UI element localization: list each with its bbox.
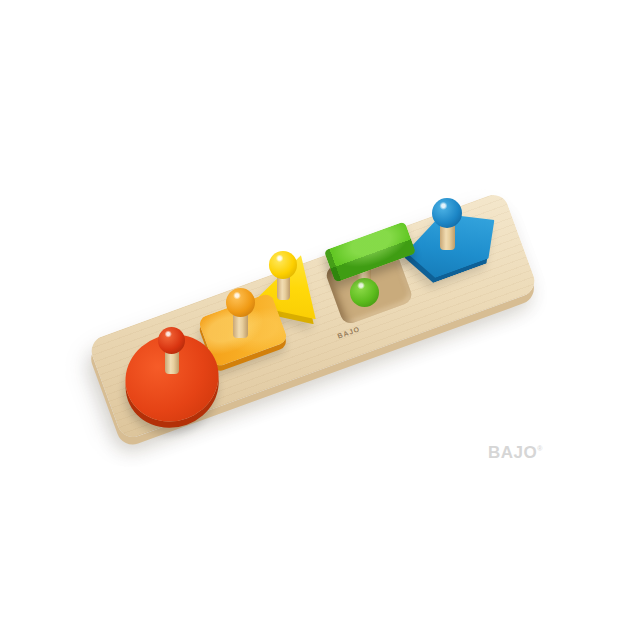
- circle-piece-knob: [158, 327, 185, 354]
- pentagon-piece-knob: [432, 198, 462, 228]
- square-piece-knob: [226, 288, 255, 317]
- triangle-piece-knob: [269, 251, 297, 279]
- product-photo: BAJO BAJO®: [0, 0, 620, 620]
- rectangle-piece-knob: [350, 278, 379, 307]
- registered-trademark-symbol: ®: [537, 445, 543, 452]
- brand-watermark-text: BAJO: [488, 443, 537, 462]
- brand-watermark: BAJO®: [488, 443, 543, 463]
